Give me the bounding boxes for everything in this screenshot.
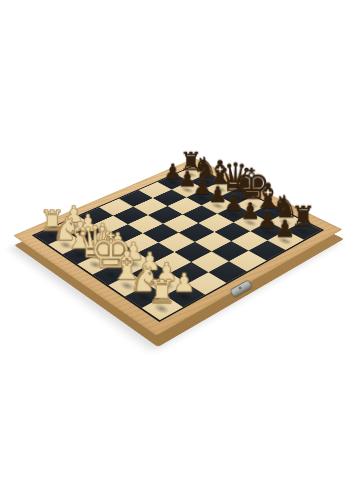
clasp-pin-icon xyxy=(238,286,242,290)
board-top-surface: ♜♞♝♛♚♝♞♜♟♟♟♟♟♟♟♟♟♟♟♟♟♟♟♟♜♞♝♛♚♝♞♜ xyxy=(13,158,343,336)
black-pawn: ♟ xyxy=(258,217,311,241)
product-photo: ♜♞♝♛♚♝♞♜♟♟♟♟♟♟♟♟♟♟♟♟♟♟♟♟♜♞♝♛♚♝♞♜ xyxy=(0,0,360,482)
checkerboard: ♜♞♝♛♚♝♞♜♟♟♟♟♟♟♟♟♟♟♟♟♟♟♟♟♜♞♝♛♚♝♞♜ xyxy=(32,165,324,322)
board-scene: ♜♞♝♛♚♝♞♜♟♟♟♟♟♟♟♟♟♟♟♟♟♟♟♟♜♞♝♛♚♝♞♜ xyxy=(0,0,360,482)
chess-board: ♜♞♝♛♚♝♞♜♟♟♟♟♟♟♟♟♟♟♟♟♟♟♟♟♜♞♝♛♚♝♞♜ xyxy=(16,167,343,346)
white-rook: ♜ xyxy=(131,276,191,308)
